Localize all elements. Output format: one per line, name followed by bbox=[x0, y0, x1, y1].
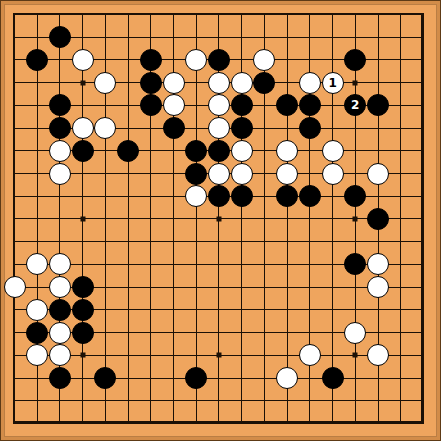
stone-black[interactable] bbox=[140, 94, 162, 116]
stone-white[interactable] bbox=[185, 185, 207, 207]
stone-black[interactable] bbox=[26, 49, 48, 71]
stone-black[interactable] bbox=[299, 185, 321, 207]
stone-white-move-1[interactable]: 1 bbox=[322, 72, 344, 94]
stone-white[interactable] bbox=[322, 163, 344, 185]
stone-black[interactable] bbox=[163, 117, 185, 139]
stone-black[interactable] bbox=[72, 140, 94, 162]
star-point bbox=[353, 216, 358, 221]
stone-black[interactable] bbox=[231, 117, 253, 139]
stone-white[interactable] bbox=[276, 367, 298, 389]
stone-white[interactable] bbox=[322, 140, 344, 162]
stone-black[interactable] bbox=[253, 72, 275, 94]
stone-white[interactable] bbox=[208, 117, 230, 139]
stone-white[interactable] bbox=[367, 253, 389, 275]
stone-white[interactable] bbox=[26, 344, 48, 366]
stone-black[interactable] bbox=[344, 253, 366, 275]
stone-black[interactable] bbox=[185, 163, 207, 185]
stone-black[interactable] bbox=[344, 185, 366, 207]
stone-black[interactable] bbox=[49, 367, 71, 389]
stone-white[interactable] bbox=[367, 163, 389, 185]
stone-black[interactable] bbox=[185, 140, 207, 162]
stone-white[interactable] bbox=[253, 49, 275, 71]
stone-black[interactable] bbox=[322, 367, 344, 389]
stone-black[interactable] bbox=[94, 367, 116, 389]
stone-black-move-2[interactable]: 2 bbox=[344, 94, 366, 116]
stone-white[interactable] bbox=[94, 72, 116, 94]
stone-white[interactable] bbox=[163, 72, 185, 94]
stone-white[interactable] bbox=[231, 140, 253, 162]
stone-black[interactable] bbox=[231, 185, 253, 207]
stone-black[interactable] bbox=[72, 322, 94, 344]
stone-white[interactable] bbox=[367, 344, 389, 366]
stone-white[interactable] bbox=[26, 253, 48, 275]
stone-black[interactable] bbox=[72, 299, 94, 321]
stone-black[interactable] bbox=[344, 49, 366, 71]
stone-white[interactable] bbox=[344, 322, 366, 344]
stone-white[interactable] bbox=[276, 140, 298, 162]
stone-black[interactable] bbox=[367, 94, 389, 116]
stone-black[interactable] bbox=[140, 49, 162, 71]
stone-white[interactable] bbox=[299, 344, 321, 366]
stone-white[interactable] bbox=[49, 322, 71, 344]
star-point bbox=[80, 216, 85, 221]
stone-black[interactable] bbox=[72, 276, 94, 298]
stone-black[interactable] bbox=[117, 140, 139, 162]
stone-black[interactable] bbox=[49, 299, 71, 321]
star-point bbox=[353, 80, 358, 85]
star-point bbox=[80, 353, 85, 358]
stone-white[interactable] bbox=[72, 117, 94, 139]
stone-white[interactable] bbox=[299, 72, 321, 94]
star-point bbox=[80, 80, 85, 85]
stone-white[interactable] bbox=[163, 94, 185, 116]
stone-white[interactable] bbox=[49, 276, 71, 298]
stone-white[interactable] bbox=[276, 163, 298, 185]
stone-black[interactable] bbox=[276, 94, 298, 116]
stone-black[interactable] bbox=[276, 185, 298, 207]
stone-black[interactable] bbox=[208, 140, 230, 162]
stone-black[interactable] bbox=[367, 208, 389, 230]
stone-white[interactable] bbox=[208, 163, 230, 185]
star-point bbox=[353, 353, 358, 358]
star-point bbox=[216, 353, 221, 358]
stone-white[interactable] bbox=[367, 276, 389, 298]
go-board: 12 bbox=[0, 0, 441, 441]
stone-white[interactable] bbox=[49, 163, 71, 185]
star-point bbox=[216, 216, 221, 221]
stone-black[interactable] bbox=[299, 94, 321, 116]
stone-white[interactable] bbox=[49, 344, 71, 366]
stone-black[interactable] bbox=[299, 117, 321, 139]
stone-white[interactable] bbox=[185, 49, 207, 71]
stone-white[interactable] bbox=[49, 140, 71, 162]
stone-white[interactable] bbox=[208, 72, 230, 94]
stone-black[interactable] bbox=[208, 49, 230, 71]
stone-black[interactable] bbox=[231, 94, 253, 116]
stone-white[interactable] bbox=[72, 49, 94, 71]
stone-white[interactable] bbox=[26, 299, 48, 321]
stone-black[interactable] bbox=[140, 72, 162, 94]
stone-black[interactable] bbox=[208, 185, 230, 207]
stone-white[interactable] bbox=[231, 72, 253, 94]
stone-black[interactable] bbox=[26, 322, 48, 344]
stone-white[interactable] bbox=[4, 276, 26, 298]
stone-white[interactable] bbox=[49, 253, 71, 275]
stone-white[interactable] bbox=[208, 94, 230, 116]
stone-black[interactable] bbox=[49, 117, 71, 139]
stone-black[interactable] bbox=[185, 367, 207, 389]
stone-black[interactable] bbox=[49, 26, 71, 48]
stone-white[interactable] bbox=[94, 117, 116, 139]
stone-white[interactable] bbox=[231, 163, 253, 185]
stone-black[interactable] bbox=[49, 94, 71, 116]
